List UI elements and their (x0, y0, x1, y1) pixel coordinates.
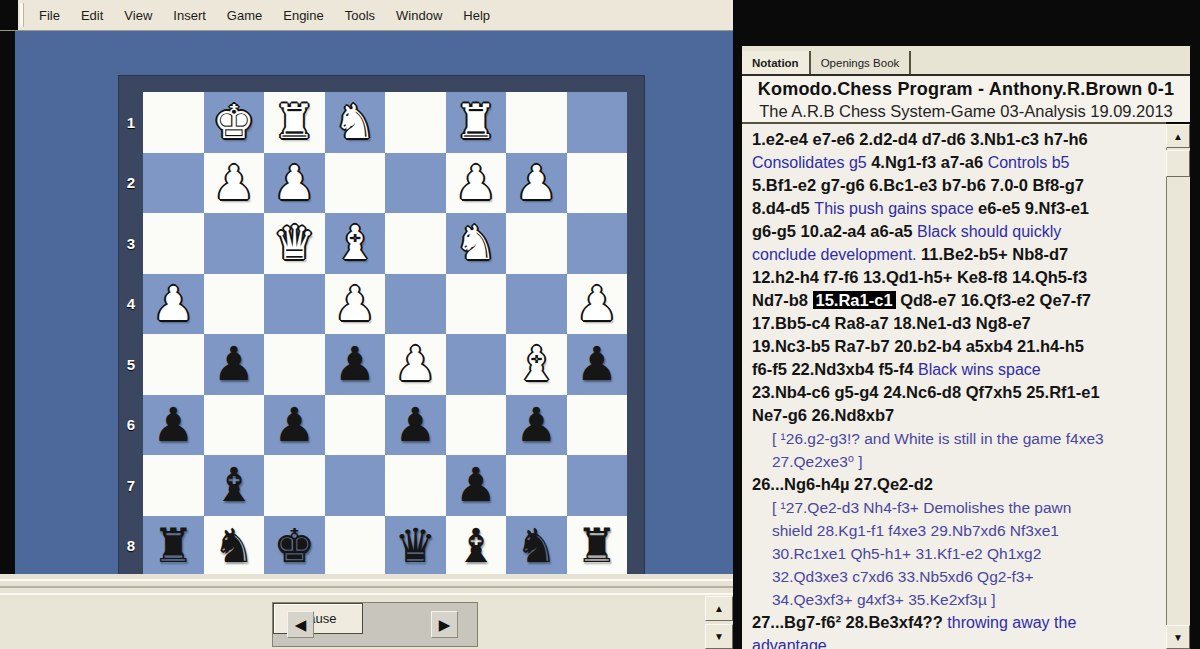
left-arrow-icon: ◀ (295, 616, 307, 634)
notation-panel[interactable]: 1.e2-e4 e7-e6 2.d2-d4 d7-d6 3.Nb1-c3 h7-… (742, 122, 1166, 649)
game-title: Komodo.Chess Program - Anthony.R.Brown 0… (742, 79, 1190, 100)
left-edge (0, 0, 15, 649)
move-text[interactable]: Ne7-g6 26.Nd8xb7 (752, 406, 894, 424)
white-knight-c3[interactable]: ♞ (455, 213, 497, 273)
square-d4[interactable] (385, 274, 446, 335)
white-knight-e1[interactable]: ♞ (334, 92, 376, 152)
annotation-text: Controls b5 (988, 154, 1070, 171)
annotation-text: throwing away the (947, 614, 1076, 631)
square-a5[interactable]: ♟ (567, 334, 628, 395)
annotation-text: Consolidates g5 (752, 154, 871, 171)
scroll-down-icon: ▼ (1173, 632, 1183, 643)
square-h8[interactable]: ♜ (143, 516, 204, 577)
black-pawn-f6[interactable]: ♟ (273, 395, 315, 455)
move-text[interactable]: 26...Ng6-h4µ 27.Qe2-d2 (752, 475, 933, 493)
notation-line-9: 17.Bb5-c4 Ra8-a7 18.Ne1-d3 Ng8-e7 (752, 312, 1166, 335)
square-f2[interactable]: ♟ (264, 153, 325, 214)
white-bishop-e3[interactable]: ♝ (334, 213, 376, 273)
menu-edit[interactable]: Edit (78, 6, 106, 25)
square-d3[interactable] (385, 213, 446, 274)
annotation-text: conclude development. (752, 246, 921, 263)
rank-label-7: 7 (119, 455, 143, 516)
square-b5[interactable]: ♝ (506, 334, 567, 395)
rank-label-2: 2 (119, 153, 143, 214)
move-text[interactable]: 5.Bf1-e2 g7-g6 6.Bc1-e3 b7-b6 7.0-0 Bf8-… (752, 176, 1084, 194)
square-c5[interactable] (446, 334, 507, 395)
square-d5[interactable]: ♟ (385, 334, 446, 395)
white-bishop-b5[interactable]: ♝ (515, 334, 557, 394)
square-h5[interactable] (143, 334, 204, 395)
scroll-up-button[interactable]: ▲ (705, 596, 733, 621)
square-h1[interactable] (143, 92, 204, 153)
notation-line-5: g6-g5 10.a2-a4 a6-a5 Black should quickl… (752, 220, 1166, 243)
menu-bar: FileEditViewInsertGameEngineToolsWindowH… (0, 0, 733, 31)
square-g5[interactable]: ♟ (204, 334, 265, 395)
white-pawn-h4[interactable]: ♟ (152, 274, 194, 334)
menu-view[interactable]: View (121, 6, 155, 25)
scroll-down-icon: ▼ (714, 631, 724, 642)
tab-notation[interactable]: Notation (742, 51, 811, 74)
notation-tabs: NotationOpenings Book (742, 46, 1190, 76)
playback-bar: ◀ Pause ▶ (0, 600, 733, 649)
notation-line-13: Ne7-g6 26.Nd8xb7 (752, 404, 1166, 427)
square-f5[interactable] (264, 334, 325, 395)
right-arrow-icon: ▶ (439, 616, 451, 634)
game-subtitle: The A.R.B Chess System-Game 03-Analysis … (742, 102, 1190, 121)
menu-file[interactable]: File (36, 6, 63, 25)
notation-line-21: 34.Qe3xf3+ g4xf3+ 35.Ke2xf3µ ] (752, 588, 1166, 611)
move-text[interactable]: 4.Ng1-f3 a7-a6 (871, 153, 987, 171)
square-g2[interactable]: ♟ (204, 153, 265, 214)
square-g7[interactable]: ♝ (204, 455, 265, 516)
notation-scrollbar[interactable] (1166, 124, 1190, 649)
annotation-text: This push gains space (814, 200, 978, 217)
black-queen-d8[interactable]: ♛ (394, 516, 436, 576)
rank-label-6: 6 (119, 395, 143, 456)
variation-text: shield 28.Kg1-f1 f4xe3 29.Nb7xd6 Nf3xe1 (772, 522, 1059, 539)
square-e7[interactable] (325, 455, 386, 516)
menu-insert[interactable]: Insert (170, 6, 209, 25)
move-text[interactable]: 8.d4-d5 (752, 199, 814, 217)
move-text[interactable]: e6-e5 9.Nf3-e1 (978, 199, 1089, 217)
square-c1[interactable]: ♜ (446, 92, 507, 153)
square-g8[interactable]: ♞ (204, 516, 265, 577)
square-c2[interactable]: ♟ (446, 153, 507, 214)
variation-text: [ ¹27.Qe2-d3 Nh4-f3+ Demolishes the pawn (772, 499, 1071, 516)
black-pawn-e5[interactable]: ♟ (334, 334, 376, 394)
notation-line-15: 27.Qe2xe3⁰ ] (752, 450, 1166, 473)
move-text[interactable]: 27...Bg7-f6² 28.Be3xf4?? (752, 613, 947, 631)
next-move-button[interactable]: ▶ (431, 611, 458, 638)
notation-line-1: 1.e2-e4 e7-e6 2.d2-d4 d7-d6 3.Nb1-c3 h7-… (752, 128, 1166, 151)
rank-label-1: 1 (119, 92, 143, 153)
square-b8[interactable]: ♞ (506, 516, 567, 577)
square-c3[interactable]: ♞ (446, 213, 507, 274)
white-pawn-g2[interactable]: ♟ (213, 153, 255, 213)
square-d2[interactable] (385, 153, 446, 214)
rank-label-8: 8 (119, 516, 143, 577)
menu-bar-corner (0, 0, 18, 30)
white-pawn-f2[interactable]: ♟ (273, 153, 315, 213)
square-a7[interactable] (567, 455, 628, 516)
splitter-ridge (0, 593, 733, 595)
move-text[interactable]: 11.Be2-b5+ Nb8-d7 (921, 245, 1068, 263)
black-pawn-g5[interactable]: ♟ (213, 334, 255, 394)
scroll-up-icon: ▲ (1173, 131, 1183, 142)
variation-text: [ ¹26.g2-g3!? and White is still in the … (772, 430, 1104, 447)
square-e3[interactable]: ♝ (325, 213, 386, 274)
square-a1[interactable] (567, 92, 628, 153)
move-text[interactable]: 17.Bb5-c4 Ra8-a7 18.Ne1-d3 Ng8-e7 (752, 314, 1031, 332)
right-pane-top (742, 0, 1200, 46)
variation-text: 32.Qd3xe3 c7xd6 33.Nb5xd6 Qg2-f3+ (772, 568, 1034, 585)
white-rook-f1[interactable]: ♜ (273, 92, 315, 152)
variation-text: 30.Rc1xe1 Qh5-h1+ 31.Kf1-e2 Qh1xg2 (772, 545, 1041, 562)
chess-board-frame: 12345678 ♚♜♞♜♟♟♟♟♛♝♞♟♟♟♟♟♟♝♟♟♟♟♟♝♟♜♞♚♛♝♞… (118, 75, 645, 603)
notation-line-6: conclude development. 11.Be2-b5+ Nb8-d7 (752, 243, 1166, 266)
square-g3[interactable] (204, 213, 265, 274)
square-f1[interactable]: ♜ (264, 92, 325, 153)
square-a6[interactable] (567, 395, 628, 456)
notation-line-18: shield 28.Kg1-f1 f4xe3 29.Nb7xd6 Nf3xe1 (752, 519, 1166, 542)
menu-grip (20, 3, 24, 27)
notation-line-3: 5.Bf1-e2 g7-g6 6.Bc1-e3 b7-b6 7.0-0 Bf8-… (752, 174, 1166, 197)
notation-line-14: [ ¹26.g2-g3!? and White is still in the … (752, 427, 1166, 450)
square-h2[interactable] (143, 153, 204, 214)
rank-label-3: 3 (119, 213, 143, 274)
rank-label-4: 4 (119, 274, 143, 335)
scroll-down-button[interactable]: ▼ (705, 624, 733, 649)
board-pane: 12345678 ♚♜♞♜♟♟♟♟♛♝♞♟♟♟♟♟♟♝♟♟♟♟♟♝♟♜♞♚♛♝♞… (15, 31, 733, 574)
square-a2[interactable] (567, 153, 628, 214)
white-pawn-a4[interactable]: ♟ (576, 274, 618, 334)
pane-divider[interactable] (733, 0, 742, 649)
variation-text: 34.Qe3xf3+ g4xf3+ 35.Ke2xf3µ ] (772, 591, 996, 608)
square-e1[interactable]: ♞ (325, 92, 386, 153)
notation-scrollbar-thumb[interactable] (1166, 150, 1190, 177)
notation-line-11: f6-f5 22.Nd3xb4 f5-f4 Black wins space (752, 358, 1166, 381)
right-edge (1190, 0, 1200, 649)
splitter-ridge (0, 586, 733, 588)
move-text[interactable]: 1.e2-e4 e7-e6 2.d2-d4 d7-d6 3.Nb1-c3 h7-… (752, 130, 1088, 148)
notation-line-17: [ ¹27.Qe2-d3 Nh4-f3+ Demolishes the pawn (752, 496, 1166, 519)
square-d7[interactable] (385, 455, 446, 516)
notation-line-20: 32.Qd3xe3 c7xd6 33.Nb5xd6 Qg2-f3+ (752, 565, 1166, 588)
notation-line-8: Nd7-b8 15.Ra1-c1 Qd8-e7 16.Qf3-e2 Qe7-f7 (752, 289, 1166, 312)
square-b7[interactable] (506, 455, 567, 516)
square-f3[interactable]: ♛ (264, 213, 325, 274)
current-move[interactable]: 15.Ra1-c1 (813, 291, 896, 309)
square-h3[interactable] (143, 213, 204, 274)
square-e6[interactable] (325, 395, 386, 456)
square-b3[interactable] (506, 213, 567, 274)
square-f8[interactable]: ♚ (264, 516, 325, 577)
square-b2[interactable]: ♟ (506, 153, 567, 214)
playback-controls: ◀ Pause ▶ (272, 602, 478, 647)
move-text[interactable]: Nd7-b8 (752, 291, 813, 309)
square-h7[interactable] (143, 455, 204, 516)
square-e2[interactable] (325, 153, 386, 214)
square-d6[interactable]: ♟ (385, 395, 446, 456)
notation-line-2: Consolidates g5 4.Ng1-f3 a7-a6 Controls … (752, 151, 1166, 174)
menu-game[interactable]: Game (224, 6, 265, 25)
square-g4[interactable] (204, 274, 265, 335)
tab-openings-book[interactable]: Openings Book (811, 51, 912, 74)
black-pawn-d6[interactable]: ♟ (394, 395, 436, 455)
black-pawn-c7[interactable]: ♟ (455, 455, 497, 515)
notation-line-16: 26...Ng6-h4µ 27.Qe2-d2 (752, 473, 1166, 496)
black-pawn-b6[interactable]: ♟ (515, 395, 557, 455)
square-c6[interactable] (446, 395, 507, 456)
move-text[interactable]: 19.Nc3-b5 Ra7-b7 20.b2-b4 a5xb4 21.h4-h5 (752, 337, 1084, 355)
move-text[interactable]: 23.Nb4-c6 g5-g4 24.Nc6-d8 Qf7xh5 25.Rf1-… (752, 383, 1100, 401)
white-pawn-d5[interactable]: ♟ (394, 334, 436, 394)
square-e8[interactable] (325, 516, 386, 577)
square-g1[interactable]: ♚ (204, 92, 265, 153)
black-rook-h8[interactable]: ♜ (152, 516, 194, 576)
notation-line-7: 12.h2-h4 f7-f6 13.Qd1-h5+ Ke8-f8 14.Qh5-… (752, 266, 1166, 289)
rank-label-5: 5 (119, 334, 143, 395)
black-bishop-c8[interactable]: ♝ (455, 516, 497, 576)
white-king-g1[interactable]: ♚ (213, 92, 255, 152)
black-king-f8[interactable]: ♚ (273, 516, 315, 576)
notation-line-10: 19.Nc3-b5 Ra7-b7 20.b2-b4 a5xb4 21.h4-h5 (752, 335, 1166, 358)
menu-tools[interactable]: Tools (342, 6, 378, 25)
scroll-up-icon: ▲ (714, 603, 724, 614)
notation-scroll-down-button[interactable]: ▼ (1166, 625, 1190, 649)
horizontal-splitter[interactable] (0, 574, 733, 600)
annotation-text: Black wins space (918, 361, 1041, 378)
menu-help[interactable]: Help (460, 6, 493, 25)
black-knight-b8[interactable]: ♞ (515, 516, 557, 576)
move-text[interactable]: 12.h2-h4 f7-f6 13.Qd1-h5+ Ke8-f8 14.Qh5-… (752, 268, 1087, 286)
variation-text: 27.Qe2xe3⁰ ] (772, 453, 863, 470)
black-pawn-a5[interactable]: ♟ (576, 334, 618, 394)
white-pawn-e4[interactable]: ♟ (334, 274, 376, 334)
game-header: Komodo.Chess Program - Anthony.R.Brown 0… (742, 76, 1190, 122)
annotation-text: advantage (752, 637, 827, 649)
rank-labels: 12345678 (119, 92, 143, 576)
move-text[interactable]: g6-g5 10.a2-a4 a6-a5 (752, 222, 917, 240)
move-text[interactable]: Qd8-e7 16.Qf3-e2 Qe7-f7 (896, 291, 1091, 309)
square-a3[interactable] (567, 213, 628, 274)
square-g6[interactable] (204, 395, 265, 456)
square-h6[interactable]: ♟ (143, 395, 204, 456)
notation-line-23: advantage (752, 634, 1166, 649)
black-bishop-g7[interactable]: ♝ (213, 455, 255, 515)
notation-line-12: 23.Nb4-c6 g5-g4 24.Nc6-d8 Qf7xh5 25.Rf1-… (752, 381, 1166, 404)
notation-scroll-up-button[interactable]: ▲ (1166, 124, 1190, 148)
menu-window[interactable]: Window (393, 6, 445, 25)
square-e5[interactable]: ♟ (325, 334, 386, 395)
notation-line-22: 27...Bg7-f6² 28.Be3xf4?? throwing away t… (752, 611, 1166, 634)
square-b1[interactable] (506, 92, 567, 153)
black-pawn-h6[interactable]: ♟ (152, 395, 194, 455)
move-text[interactable]: f6-f5 22.Nd3xb4 f5-f4 (752, 360, 918, 378)
square-c4[interactable] (446, 274, 507, 335)
square-c7[interactable]: ♟ (446, 455, 507, 516)
menu-items: FileEditViewInsertGameEngineToolsWindowH… (36, 0, 493, 30)
square-e4[interactable]: ♟ (325, 274, 386, 335)
menu-engine[interactable]: Engine (280, 6, 326, 25)
notation-line-4: 8.d4-d5 This push gains space e6-e5 9.Nf… (752, 197, 1166, 220)
square-a4[interactable]: ♟ (567, 274, 628, 335)
square-h4[interactable]: ♟ (143, 274, 204, 335)
chess-board[interactable]: ♚♜♞♜♟♟♟♟♛♝♞♟♟♟♟♟♟♝♟♟♟♟♟♝♟♜♞♚♛♝♞♜ (143, 92, 627, 576)
square-f6[interactable]: ♟ (264, 395, 325, 456)
square-f4[interactable] (264, 274, 325, 335)
black-knight-g8[interactable]: ♞ (213, 516, 255, 576)
chess-program-window: FileEditViewInsertGameEngineToolsWindowH… (0, 0, 1200, 649)
notation-line-19: 30.Rc1xe1 Qh5-h1+ 31.Kf1-e2 Qh1xg2 (752, 542, 1166, 565)
white-pawn-c2[interactable]: ♟ (455, 153, 497, 213)
black-rook-a8[interactable]: ♜ (576, 516, 618, 576)
white-rook-c1[interactable]: ♜ (455, 92, 497, 152)
square-c8[interactable]: ♝ (446, 516, 507, 577)
square-d1[interactable] (385, 92, 446, 153)
square-f7[interactable] (264, 455, 325, 516)
square-a8[interactable]: ♜ (567, 516, 628, 577)
square-b4[interactable] (506, 274, 567, 335)
white-pawn-b2[interactable]: ♟ (515, 153, 557, 213)
splitter-ridge (0, 579, 733, 581)
annotation-text: Black should quickly (917, 223, 1061, 240)
square-d8[interactable]: ♛ (385, 516, 446, 577)
square-b6[interactable]: ♟ (506, 395, 567, 456)
previous-move-button[interactable]: ◀ (287, 611, 314, 638)
white-queen-f3[interactable]: ♛ (273, 213, 315, 273)
